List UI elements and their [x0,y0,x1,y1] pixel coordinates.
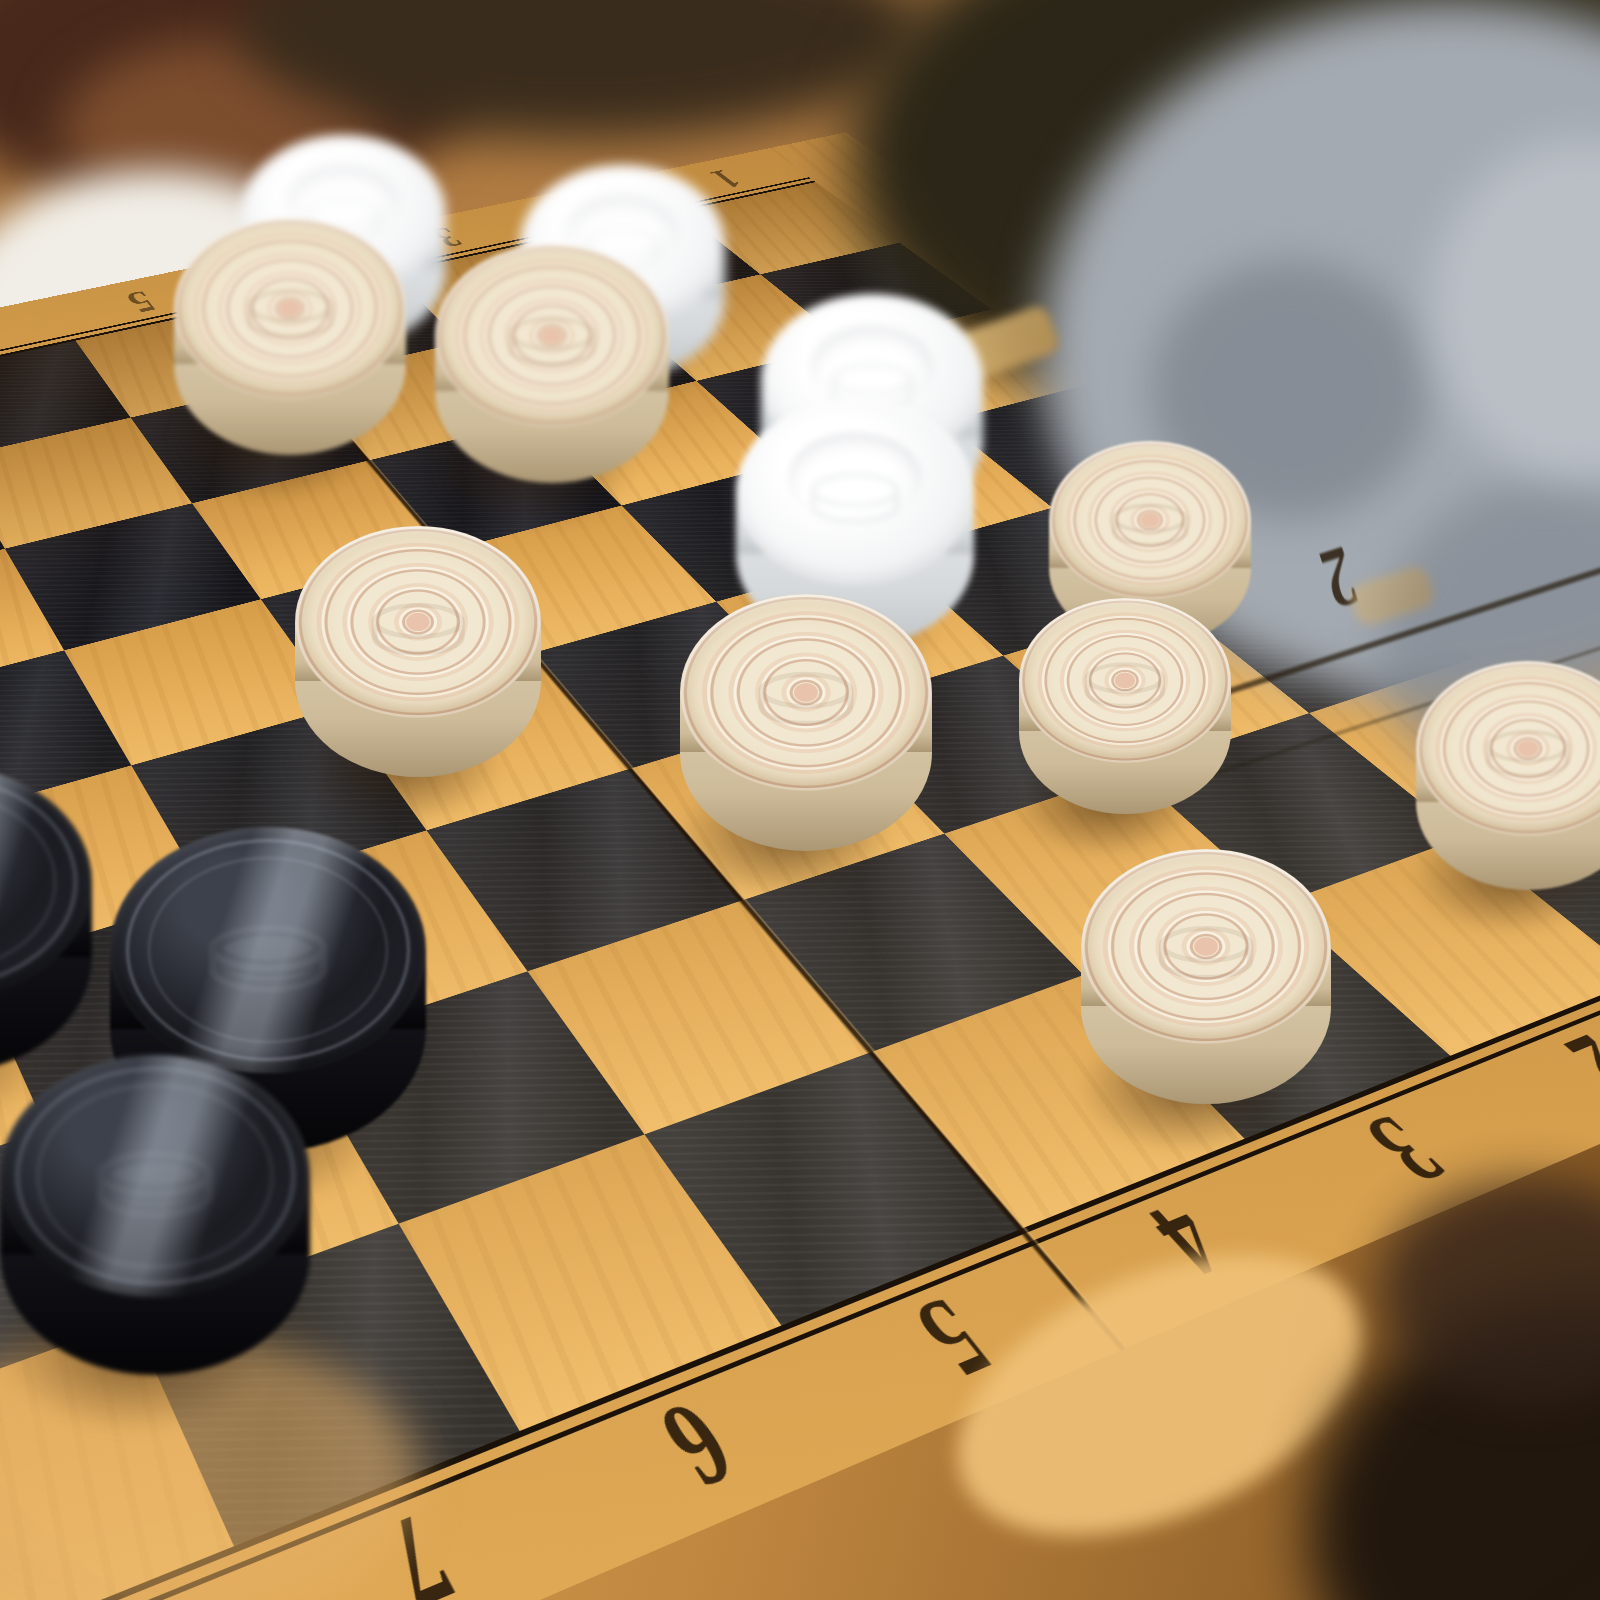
cream-checker-f2: ⛀ [1019,598,1231,814]
draughts-man-glyph: ⛀ [241,263,338,353]
pieces-layer: ⛀⛀⛀⛀⛀⛀⛀⛀⛀⛀⛀⛂⛀⛂⛂ [0,0,1600,1600]
cream-checker-b4: ⛀ [435,244,669,483]
draughts-man-glyph: ⛀ [366,574,469,670]
draughts-man-glyph: ⛂ [0,824,5,941]
cream-checker-d4: ⛀ [680,594,932,851]
piece-top: ⛀ [1081,849,1331,1044]
cream-checker-h3: ⛀ [1081,849,1331,1104]
draughts-man-glyph: ⛂ [202,888,334,1011]
piece-top: ⛀ [295,526,541,718]
draughts-man-glyph: ⛂ [90,1116,220,1237]
draughts-man-glyph: ⛀ [805,446,905,539]
piece-top: ⛀ [680,594,932,791]
piece-top: ⛂ [0,1055,310,1297]
draughts-man-glyph: ⛀ [753,643,859,741]
cream-checker-b5: ⛀ [295,526,541,777]
draughts-man-glyph: ⛀ [503,289,601,380]
draughts-man-glyph: ⛀ [1154,897,1259,995]
piece-top: ⛀ [1049,441,1251,599]
piece-top: ⛂ [110,827,426,1073]
draughts-man-glyph: ⛀ [1108,481,1193,560]
draughts-man-glyph: ⛀ [1081,639,1170,722]
cream-checker-h2: ⛀ [1416,661,1600,890]
black-checker-d8: ⛂ [0,765,92,1074]
piece-top: ⛀ [174,218,406,399]
black-checker-g7: ⛂ [0,1055,310,1375]
draughts-man-glyph: ⛀ [1481,704,1575,791]
piece-top: ⛀ [435,244,669,427]
piece-top: ⛀ [736,399,974,585]
piece-top: ⛀ [1019,598,1231,763]
photo-scene: 87654321 87654321 2 ⛀⛀⛀⛀⛀⛀⛀⛀⛀⛀⛀⛂⛀⛂⛂ [0,0,1600,1600]
cream-checker-a6: ⛀ [174,218,406,455]
